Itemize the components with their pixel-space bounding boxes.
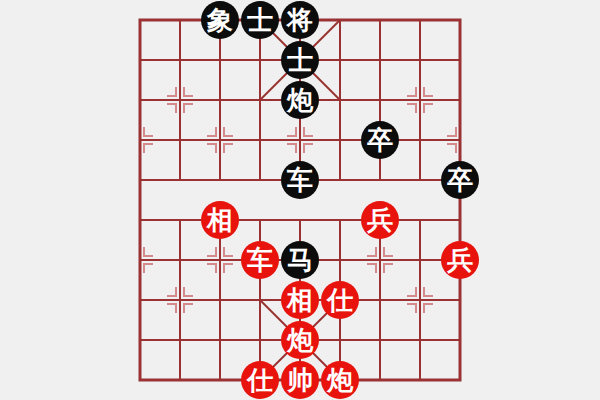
piece-red-cannon[interactable]: 炮 bbox=[321, 361, 359, 399]
piece-black-chariot[interactable]: 车 bbox=[281, 161, 319, 199]
pieces-layer: 象士将士炮卒车卒相兵车马兵相仕炮仕帅炮 bbox=[120, 0, 480, 400]
piece-red-cannon[interactable]: 炮 bbox=[281, 321, 319, 359]
piece-red-advisor[interactable]: 仕 bbox=[321, 281, 359, 319]
piece-red-chariot[interactable]: 车 bbox=[241, 241, 279, 279]
piece-black-elephant[interactable]: 象 bbox=[201, 1, 239, 39]
piece-red-soldier[interactable]: 兵 bbox=[441, 241, 479, 279]
piece-black-horse[interactable]: 马 bbox=[281, 241, 319, 279]
piece-red-elephant[interactable]: 相 bbox=[281, 281, 319, 319]
piece-black-cannon[interactable]: 炮 bbox=[281, 81, 319, 119]
piece-red-soldier[interactable]: 兵 bbox=[361, 201, 399, 239]
piece-red-general[interactable]: 帅 bbox=[281, 361, 319, 399]
xiangqi-screenshot: 象士将士炮卒车卒相兵车马兵相仕炮仕帅炮 bbox=[0, 0, 600, 400]
piece-black-advisor[interactable]: 士 bbox=[241, 1, 279, 39]
piece-red-elephant[interactable]: 相 bbox=[201, 201, 239, 239]
piece-black-soldier[interactable]: 卒 bbox=[361, 121, 399, 159]
piece-black-soldier[interactable]: 卒 bbox=[441, 161, 479, 199]
piece-black-advisor[interactable]: 士 bbox=[281, 41, 319, 79]
piece-black-general[interactable]: 将 bbox=[281, 1, 319, 39]
piece-red-advisor[interactable]: 仕 bbox=[241, 361, 279, 399]
